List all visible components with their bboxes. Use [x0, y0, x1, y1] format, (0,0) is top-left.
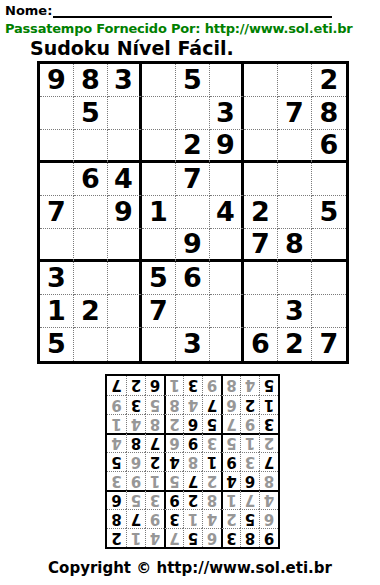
- solution-cell-r4c5: 7: [183, 471, 202, 490]
- cell-r3c6: 9: [210, 130, 244, 163]
- cell-r5c7: 2: [244, 196, 278, 229]
- solution-cell-r8c8: 3: [126, 395, 145, 414]
- solution-cell-r5c7: 2: [145, 452, 164, 471]
- cell-r3c7: [244, 130, 278, 163]
- cell-r5c4: 1: [142, 196, 176, 229]
- solution-cell-r5c2: 3: [240, 452, 259, 471]
- cell-r6c3: [108, 229, 142, 262]
- solution-cell-r4c7: 1: [145, 471, 164, 490]
- cell-r9c6: [210, 328, 244, 361]
- solution-cell-r7c6: 2: [164, 414, 183, 433]
- cell-r3c2: [74, 130, 108, 163]
- solution-cell-r9c9: 7: [107, 376, 126, 395]
- cell-r9c8: 2: [278, 328, 312, 361]
- provider-line: Passatempo Fornecido Por: http://www.sol…: [5, 21, 352, 36]
- solution-cell-r4c2: 6: [240, 471, 259, 490]
- cell-r4c1: [40, 163, 74, 196]
- cell-r7c2: [74, 262, 108, 295]
- cell-r2c2: 5: [74, 97, 108, 130]
- solution-cell-r5c6: 4: [164, 452, 183, 471]
- cell-r6c6: [210, 229, 244, 262]
- solution-cell-r7c5: 6: [183, 414, 202, 433]
- solution-cell-r3c5: 2: [183, 490, 202, 509]
- cell-r8c3: [108, 295, 142, 328]
- solution-cell-r8c3: 6: [221, 395, 240, 414]
- solution-cell-r2c4: 4: [202, 509, 221, 528]
- cell-r8c9: [312, 295, 346, 328]
- cell-r7c5: 6: [176, 262, 210, 295]
- cell-r5c3: 9: [108, 196, 142, 229]
- solution-cell-r2c9: 8: [107, 509, 126, 528]
- cell-r3c5: 2: [176, 130, 210, 163]
- cell-r5c8: [278, 196, 312, 229]
- solution-cell-r6c7: 7: [145, 433, 164, 452]
- cell-r9c3: [108, 328, 142, 361]
- solution-cell-r6c3: 5: [221, 433, 240, 452]
- cell-r2c3: [108, 97, 142, 130]
- cell-r2c6: 3: [210, 97, 244, 130]
- solution-cell-r6c9: 4: [107, 433, 126, 452]
- cell-r6c5: 9: [176, 229, 210, 262]
- solution-cell-r1c1: 9: [259, 528, 278, 547]
- solution-cell-r4c1: 8: [259, 471, 278, 490]
- solution-cell-r8c7: 5: [145, 395, 164, 414]
- solution-cell-r3c3: 1: [221, 490, 240, 509]
- solution-cell-r9c5: 3: [183, 376, 202, 395]
- solution-cell-r2c2: 5: [240, 509, 259, 528]
- cell-r1c1: 9: [40, 64, 74, 97]
- solution-cell-r1c6: 7: [164, 528, 183, 547]
- name-blank-line: [53, 4, 332, 18]
- solution-cell-r8c4: 7: [202, 395, 221, 414]
- solution-cell-r8c2: 2: [240, 395, 259, 414]
- solution-cell-r5c9: 5: [107, 452, 126, 471]
- cell-r9c1: 5: [40, 328, 74, 361]
- solution-cell-r4c8: 9: [126, 471, 145, 490]
- cell-r7c1: 3: [40, 262, 74, 295]
- cell-r2c5: [176, 97, 210, 130]
- solution-cell-r7c7: 8: [145, 414, 164, 433]
- solution-grid-rotated: 9836574126524139784718293568642751937391…: [105, 374, 280, 549]
- cell-r6c1: [40, 229, 74, 262]
- cell-r1c5: 5: [176, 64, 210, 97]
- solution-cell-r7c8: 4: [126, 414, 145, 433]
- solution-cell-r8c1: 1: [259, 395, 278, 414]
- cell-r5c1: 7: [40, 196, 74, 229]
- solution-cell-r8c6: 8: [164, 395, 183, 414]
- cell-r4c6: [210, 163, 244, 196]
- cell-r9c2: [74, 328, 108, 361]
- solution-cell-r6c5: 9: [183, 433, 202, 452]
- cell-r8c1: 1: [40, 295, 74, 328]
- cell-r4c2: 6: [74, 163, 108, 196]
- solution-cell-r9c1: 5: [259, 376, 278, 395]
- solution-cell-r4c3: 4: [221, 471, 240, 490]
- cell-r6c8: 8: [278, 229, 312, 262]
- cell-r2c7: [244, 97, 278, 130]
- solution-cell-r7c9: 1: [107, 414, 126, 433]
- cell-r7c8: [278, 262, 312, 295]
- solution-cell-r7c2: 9: [240, 414, 259, 433]
- cell-r1c9: 2: [312, 64, 346, 97]
- cell-r2c9: 8: [312, 97, 346, 130]
- cell-r8c4: 7: [142, 295, 176, 328]
- cell-r8c7: [244, 295, 278, 328]
- solution-cell-r2c5: 1: [183, 509, 202, 528]
- solution-cell-r9c3: 8: [221, 376, 240, 395]
- cell-r4c5: 7: [176, 163, 210, 196]
- cell-r8c6: [210, 295, 244, 328]
- solution-cell-r1c2: 8: [240, 528, 259, 547]
- cell-r7c3: [108, 262, 142, 295]
- solution-cell-r1c3: 3: [221, 528, 240, 547]
- solution-cell-r2c7: 9: [145, 509, 164, 528]
- cell-r7c9: [312, 262, 346, 295]
- solution-cell-r5c4: 1: [202, 452, 221, 471]
- cell-r9c5: 3: [176, 328, 210, 361]
- cell-r3c4: [142, 130, 176, 163]
- cell-r9c9: 7: [312, 328, 346, 361]
- solution-cell-r3c8: 5: [126, 490, 145, 509]
- solution-cell-r7c4: 5: [202, 414, 221, 433]
- solution-cell-r2c1: 6: [259, 509, 278, 528]
- solution-cell-r1c4: 6: [202, 528, 221, 547]
- solution-cell-r3c9: 6: [107, 490, 126, 509]
- solution-cell-r6c1: 2: [259, 433, 278, 452]
- cell-r7c4: 5: [142, 262, 176, 295]
- solution-cell-r5c5: 8: [183, 452, 202, 471]
- solution-cell-r1c9: 2: [107, 528, 126, 547]
- solution-cell-r6c2: 1: [240, 433, 259, 452]
- solution-cell-r6c4: 3: [202, 433, 221, 452]
- cell-r2c8: 7: [278, 97, 312, 130]
- solution-cell-r9c7: 6: [145, 376, 164, 395]
- solution-cell-r5c1: 7: [259, 452, 278, 471]
- cell-r1c6: [210, 64, 244, 97]
- solution-cell-r5c3: 9: [221, 452, 240, 471]
- solution-cell-r2c6: 3: [164, 509, 183, 528]
- cell-r4c3: 4: [108, 163, 142, 196]
- solution-cell-r4c6: 5: [164, 471, 183, 490]
- copyright-line: Copyright © http://www.sol.eti.br: [0, 559, 380, 577]
- solution-cell-r4c4: 2: [202, 471, 221, 490]
- solution-cell-r2c8: 7: [126, 509, 145, 528]
- cell-r1c8: [278, 64, 312, 97]
- cell-r6c4: [142, 229, 176, 262]
- name-row: Nome:: [5, 2, 332, 18]
- cell-r6c9: [312, 229, 346, 262]
- solution-cell-r1c8: 1: [126, 528, 145, 547]
- cell-r5c2: [74, 196, 108, 229]
- cell-r3c9: 6: [312, 130, 346, 163]
- page-title: Sudoku Nível Fácil.: [30, 37, 234, 59]
- cell-r5c9: 5: [312, 196, 346, 229]
- solution-cell-r9c2: 4: [240, 376, 259, 395]
- solution-cell-r8c5: 4: [183, 395, 202, 414]
- solution-cell-r9c4: 9: [202, 376, 221, 395]
- cell-r5c5: [176, 196, 210, 229]
- solution-cell-r3c4: 8: [202, 490, 221, 509]
- cell-r7c7: [244, 262, 278, 295]
- solution-cell-r4c9: 3: [107, 471, 126, 490]
- solution-cell-r1c7: 4: [145, 528, 164, 547]
- cell-r4c8: [278, 163, 312, 196]
- solution-cell-r8c9: 9: [107, 395, 126, 414]
- solution-cell-r7c1: 3: [259, 414, 278, 433]
- cell-r3c3: [108, 130, 142, 163]
- solution-cell-r5c8: 6: [126, 452, 145, 471]
- cell-r8c5: [176, 295, 210, 328]
- cell-r4c9: [312, 163, 346, 196]
- solution-cell-r9c6: 1: [164, 376, 183, 395]
- cell-r5c6: 4: [210, 196, 244, 229]
- solution-cell-r3c1: 4: [259, 490, 278, 509]
- solution-cell-r2c3: 2: [221, 509, 240, 528]
- cell-r8c8: 3: [278, 295, 312, 328]
- cell-r7c6: [210, 262, 244, 295]
- solution-cell-r1c5: 5: [183, 528, 202, 547]
- cell-r4c4: [142, 163, 176, 196]
- solution-cell-r9c8: 2: [126, 376, 145, 395]
- solution-cell-r3c2: 7: [240, 490, 259, 509]
- cell-r9c4: [142, 328, 176, 361]
- cell-r2c4: [142, 97, 176, 130]
- solution-cell-r3c7: 3: [145, 490, 164, 509]
- cell-r6c7: 7: [244, 229, 278, 262]
- cell-r6c2: [74, 229, 108, 262]
- cell-r9c7: 6: [244, 328, 278, 361]
- solution-cell-r6c8: 8: [126, 433, 145, 452]
- cell-r2c1: [40, 97, 74, 130]
- cell-r1c4: [142, 64, 176, 97]
- name-label: Nome:: [5, 3, 52, 18]
- sudoku-grid: 983525378296647791425978356127353627: [37, 61, 349, 364]
- solution-cell-r6c6: 6: [164, 433, 183, 452]
- cell-r1c7: [244, 64, 278, 97]
- cell-r3c1: [40, 130, 74, 163]
- cell-r4c7: [244, 163, 278, 196]
- cell-r1c2: 8: [74, 64, 108, 97]
- cell-r8c2: 2: [74, 295, 108, 328]
- cell-r3c8: [278, 130, 312, 163]
- cell-r1c3: 3: [108, 64, 142, 97]
- solution-cell-r7c3: 7: [221, 414, 240, 433]
- solution-cell-r3c6: 9: [164, 490, 183, 509]
